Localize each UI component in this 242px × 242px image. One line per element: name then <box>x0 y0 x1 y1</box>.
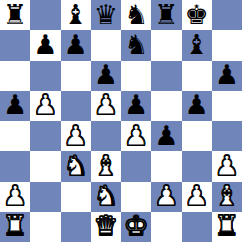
square-h6[interactable]: ♟ <box>212 61 242 91</box>
square-a2[interactable]: ♟ <box>0 182 30 212</box>
white-pawn-b5[interactable]: ♟ <box>33 91 57 118</box>
square-h5[interactable] <box>212 91 242 121</box>
square-d7[interactable] <box>91 30 121 60</box>
white-rook-a1[interactable]: ♜ <box>3 212 27 239</box>
square-h1[interactable]: ♜ <box>212 212 242 242</box>
square-b1[interactable] <box>30 212 60 242</box>
square-c8[interactable]: ♝ <box>61 0 91 30</box>
square-c2[interactable] <box>61 182 91 212</box>
square-c4[interactable]: ♟ <box>61 121 91 151</box>
white-pawn-e4[interactable]: ♟ <box>124 122 148 149</box>
square-e1[interactable]: ♚ <box>121 212 151 242</box>
white-queen-d1[interactable]: ♛ <box>94 212 118 239</box>
black-pawn-c7[interactable]: ♟ <box>64 31 88 58</box>
square-g8[interactable]: ♚ <box>182 0 212 30</box>
black-bishop-g7[interactable]: ♝ <box>185 31 209 58</box>
square-c6[interactable] <box>61 61 91 91</box>
square-a3[interactable] <box>0 151 30 181</box>
square-b6[interactable] <box>30 61 60 91</box>
white-knight-c3[interactable]: ♞ <box>64 152 88 179</box>
square-a6[interactable] <box>0 61 30 91</box>
square-f8[interactable]: ♜ <box>151 0 181 30</box>
black-pawn-h6[interactable]: ♟ <box>215 61 239 88</box>
white-pawn-h3[interactable]: ♟ <box>215 152 239 179</box>
square-g2[interactable]: ♟ <box>182 182 212 212</box>
square-h7[interactable] <box>212 30 242 60</box>
square-d8[interactable]: ♛ <box>91 0 121 30</box>
square-d2[interactable]: ♞ <box>91 182 121 212</box>
square-h2[interactable]: ♝ <box>212 182 242 212</box>
square-e3[interactable] <box>121 151 151 181</box>
white-bishop-d3[interactable]: ♝ <box>94 152 118 179</box>
square-g1[interactable] <box>182 212 212 242</box>
white-pawn-g2[interactable]: ♟ <box>185 182 209 209</box>
black-king-g8[interactable]: ♚ <box>185 1 209 28</box>
square-f6[interactable] <box>151 61 181 91</box>
white-knight-d2[interactable]: ♞ <box>94 182 118 209</box>
square-f4[interactable]: ♟ <box>151 121 181 151</box>
square-e5[interactable]: ♟ <box>121 91 151 121</box>
square-g6[interactable] <box>182 61 212 91</box>
square-b8[interactable] <box>30 0 60 30</box>
square-f3[interactable] <box>151 151 181 181</box>
black-pawn-d6[interactable]: ♟ <box>94 61 118 88</box>
square-h4[interactable] <box>212 121 242 151</box>
white-pawn-a2[interactable]: ♟ <box>3 182 27 209</box>
square-a4[interactable] <box>0 121 30 151</box>
white-king-e1[interactable]: ♚ <box>124 212 148 239</box>
black-queen-d8[interactable]: ♛ <box>94 1 118 28</box>
black-rook-a8[interactable]: ♜ <box>3 1 27 28</box>
square-c7[interactable]: ♟ <box>61 30 91 60</box>
square-c1[interactable] <box>61 212 91 242</box>
square-e2[interactable] <box>121 182 151 212</box>
square-e6[interactable] <box>121 61 151 91</box>
black-bishop-c8[interactable]: ♝ <box>64 1 88 28</box>
square-e7[interactable]: ♞ <box>121 30 151 60</box>
white-rook-h1[interactable]: ♜ <box>215 212 239 239</box>
white-pawn-c4[interactable]: ♟ <box>64 122 88 149</box>
square-d3[interactable]: ♝ <box>91 151 121 181</box>
square-d4[interactable] <box>91 121 121 151</box>
black-pawn-a5[interactable]: ♟ <box>3 91 27 118</box>
square-h8[interactable] <box>212 0 242 30</box>
black-pawn-b7[interactable]: ♟ <box>33 31 57 58</box>
white-pawn-d5[interactable]: ♟ <box>94 91 118 118</box>
square-f7[interactable] <box>151 30 181 60</box>
square-a7[interactable] <box>0 30 30 60</box>
square-b2[interactable] <box>30 182 60 212</box>
square-a1[interactable]: ♜ <box>0 212 30 242</box>
white-pawn-f2[interactable]: ♟ <box>154 182 178 209</box>
square-a8[interactable]: ♜ <box>0 0 30 30</box>
square-h3[interactable]: ♟ <box>212 151 242 181</box>
square-c3[interactable]: ♞ <box>61 151 91 181</box>
black-pawn-g5[interactable]: ♟ <box>185 91 209 118</box>
square-e4[interactable]: ♟ <box>121 121 151 151</box>
black-pawn-f4[interactable]: ♟ <box>154 122 178 149</box>
square-e8[interactable]: ♞ <box>121 0 151 30</box>
black-knight-e8[interactable]: ♞ <box>124 1 148 28</box>
black-knight-e7[interactable]: ♞ <box>124 31 148 58</box>
square-b4[interactable] <box>30 121 60 151</box>
square-d5[interactable]: ♟ <box>91 91 121 121</box>
square-g7[interactable]: ♝ <box>182 30 212 60</box>
square-b7[interactable]: ♟ <box>30 30 60 60</box>
square-f2[interactable]: ♟ <box>151 182 181 212</box>
square-f1[interactable] <box>151 212 181 242</box>
white-bishop-h2[interactable]: ♝ <box>215 182 239 209</box>
chess-board: ♜♝♛♞♜♚♟♟♞♝♟♟♟♟♟♟♟♟♟♟♞♝♟♟♞♟♟♝♜♛♚♜ <box>0 0 242 242</box>
black-pawn-e5[interactable]: ♟ <box>124 91 148 118</box>
square-g3[interactable] <box>182 151 212 181</box>
black-rook-f8[interactable]: ♜ <box>154 1 178 28</box>
square-g5[interactable]: ♟ <box>182 91 212 121</box>
square-d1[interactable]: ♛ <box>91 212 121 242</box>
square-f5[interactable] <box>151 91 181 121</box>
square-g4[interactable] <box>182 121 212 151</box>
square-c5[interactable] <box>61 91 91 121</box>
square-a5[interactable]: ♟ <box>0 91 30 121</box>
square-b3[interactable] <box>30 151 60 181</box>
square-b5[interactable]: ♟ <box>30 91 60 121</box>
square-d6[interactable]: ♟ <box>91 61 121 91</box>
